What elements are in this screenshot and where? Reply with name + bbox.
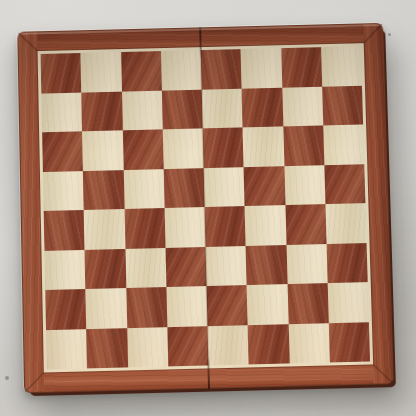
square-c4[interactable] — [124, 208, 165, 248]
square-g2[interactable] — [287, 283, 328, 324]
frame-mitre-joint-bottom-left — [25, 372, 44, 392]
board-field — [38, 43, 374, 372]
square-d8[interactable] — [161, 50, 202, 90]
square-h8[interactable] — [321, 46, 362, 86]
square-e7[interactable] — [202, 88, 243, 128]
square-a7[interactable] — [41, 92, 82, 132]
square-b4[interactable] — [84, 209, 125, 249]
square-e1[interactable] — [207, 325, 248, 366]
square-d2[interactable] — [166, 286, 207, 327]
square-f1[interactable] — [248, 324, 289, 365]
square-e8[interactable] — [201, 49, 242, 89]
surface-speck — [5, 376, 9, 380]
square-c5[interactable] — [123, 169, 164, 209]
square-b8[interactable] — [81, 52, 122, 92]
square-b7[interactable] — [81, 91, 122, 131]
square-e5[interactable] — [204, 167, 245, 207]
square-b3[interactable] — [85, 248, 126, 289]
square-b5[interactable] — [83, 170, 124, 210]
square-f4[interactable] — [245, 205, 286, 245]
square-h3[interactable] — [326, 243, 367, 284]
square-e4[interactable] — [205, 206, 246, 246]
square-h1[interactable] — [329, 322, 371, 363]
square-h7[interactable] — [322, 85, 363, 125]
square-f3[interactable] — [246, 245, 287, 286]
square-f6[interactable] — [243, 126, 284, 166]
square-e6[interactable] — [203, 127, 244, 167]
square-g4[interactable] — [285, 204, 326, 244]
square-f5[interactable] — [244, 166, 285, 206]
square-c7[interactable] — [122, 90, 163, 130]
square-a5[interactable] — [43, 171, 84, 211]
square-b2[interactable] — [86, 288, 127, 329]
square-c2[interactable] — [126, 287, 167, 328]
square-a8[interactable] — [41, 53, 82, 93]
square-e3[interactable] — [206, 246, 247, 287]
square-d1[interactable] — [167, 326, 208, 367]
square-a6[interactable] — [42, 131, 83, 171]
frame-mitre-joint-bottom-right — [373, 364, 393, 384]
square-a4[interactable] — [44, 210, 85, 250]
square-d7[interactable] — [162, 89, 203, 129]
square-d4[interactable] — [164, 207, 205, 247]
square-g1[interactable] — [288, 323, 329, 364]
frame-mitre-joint-top-right — [363, 24, 382, 43]
square-d5[interactable] — [163, 168, 204, 208]
square-a3[interactable] — [44, 249, 85, 290]
square-g5[interactable] — [284, 165, 325, 205]
surface-speck — [388, 33, 391, 36]
chessboard — [17, 23, 394, 393]
square-g3[interactable] — [286, 244, 327, 285]
square-b6[interactable] — [82, 130, 123, 170]
square-c3[interactable] — [125, 247, 166, 288]
square-f7[interactable] — [242, 87, 283, 127]
square-d6[interactable] — [163, 128, 204, 168]
square-b1[interactable] — [86, 328, 127, 369]
board-frame — [17, 23, 394, 393]
square-d3[interactable] — [165, 246, 206, 287]
square-h2[interactable] — [327, 282, 368, 323]
square-f8[interactable] — [241, 48, 282, 88]
square-a1[interactable] — [46, 329, 87, 370]
square-c8[interactable] — [121, 51, 162, 91]
square-h6[interactable] — [323, 124, 364, 164]
square-h4[interactable] — [325, 203, 366, 243]
square-a2[interactable] — [45, 289, 86, 330]
square-h5[interactable] — [324, 164, 365, 204]
square-g6[interactable] — [283, 125, 324, 165]
square-c1[interactable] — [127, 327, 168, 368]
frame-mitre-joint-top-left — [18, 32, 37, 51]
square-e2[interactable] — [206, 285, 247, 326]
square-g8[interactable] — [281, 47, 322, 87]
square-c6[interactable] — [122, 129, 163, 169]
square-f2[interactable] — [247, 284, 288, 325]
square-g7[interactable] — [282, 86, 323, 126]
